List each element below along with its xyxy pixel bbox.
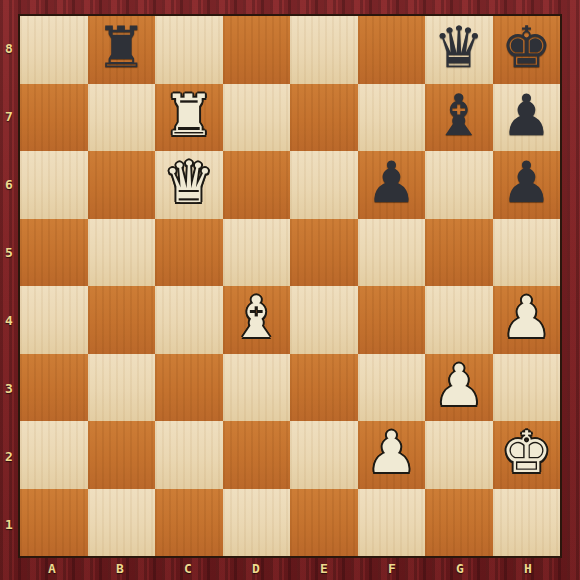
square-d8[interactable] bbox=[223, 16, 291, 84]
square-c6[interactable]: ♛ bbox=[155, 151, 223, 219]
file-label-h: H bbox=[494, 558, 562, 578]
piece-white-bishop[interactable]: ♝ bbox=[231, 289, 282, 346]
chess-board-frame: 87654321 ♜♛♚♜♝♟♛♟♟♝♟♟♟♚ ABCDEFGH bbox=[0, 0, 580, 580]
square-b7[interactable] bbox=[88, 84, 156, 152]
square-a3[interactable] bbox=[20, 354, 88, 422]
square-c2[interactable] bbox=[155, 421, 223, 489]
square-f4[interactable] bbox=[358, 286, 426, 354]
square-a7[interactable] bbox=[20, 84, 88, 152]
square-h2[interactable]: ♚ bbox=[493, 421, 561, 489]
square-b5[interactable] bbox=[88, 219, 156, 287]
square-d4[interactable]: ♝ bbox=[223, 286, 291, 354]
piece-white-queen[interactable]: ♛ bbox=[163, 154, 214, 211]
square-e5[interactable] bbox=[290, 219, 358, 287]
square-f1[interactable] bbox=[358, 489, 426, 557]
square-h7[interactable]: ♟ bbox=[493, 84, 561, 152]
rank-label-6: 6 bbox=[0, 150, 18, 218]
square-g3[interactable]: ♟ bbox=[425, 354, 493, 422]
square-f5[interactable] bbox=[358, 219, 426, 287]
rank-label-1: 1 bbox=[0, 490, 18, 558]
piece-black-rook[interactable]: ♜ bbox=[96, 19, 147, 76]
rank-labels: 87654321 bbox=[0, 14, 18, 558]
square-e8[interactable] bbox=[290, 16, 358, 84]
square-b8[interactable]: ♜ bbox=[88, 16, 156, 84]
square-e3[interactable] bbox=[290, 354, 358, 422]
rank-label-2: 2 bbox=[0, 422, 18, 490]
square-d2[interactable] bbox=[223, 421, 291, 489]
file-label-f: F bbox=[358, 558, 426, 578]
piece-white-king[interactable]: ♚ bbox=[501, 424, 552, 481]
square-e6[interactable] bbox=[290, 151, 358, 219]
square-c5[interactable] bbox=[155, 219, 223, 287]
square-a8[interactable] bbox=[20, 16, 88, 84]
square-d7[interactable] bbox=[223, 84, 291, 152]
square-b3[interactable] bbox=[88, 354, 156, 422]
file-label-b: B bbox=[86, 558, 154, 578]
piece-white-pawn[interactable]: ♟ bbox=[433, 357, 484, 414]
piece-black-bishop[interactable]: ♝ bbox=[433, 87, 484, 144]
square-e7[interactable] bbox=[290, 84, 358, 152]
square-d5[interactable] bbox=[223, 219, 291, 287]
piece-black-king[interactable]: ♚ bbox=[501, 19, 552, 76]
square-d1[interactable] bbox=[223, 489, 291, 557]
square-c7[interactable]: ♜ bbox=[155, 84, 223, 152]
rank-label-7: 7 bbox=[0, 82, 18, 150]
square-f2[interactable]: ♟ bbox=[358, 421, 426, 489]
square-f7[interactable] bbox=[358, 84, 426, 152]
square-f6[interactable]: ♟ bbox=[358, 151, 426, 219]
square-d6[interactable] bbox=[223, 151, 291, 219]
square-h8[interactable]: ♚ bbox=[493, 16, 561, 84]
square-a2[interactable] bbox=[20, 421, 88, 489]
square-c1[interactable] bbox=[155, 489, 223, 557]
piece-black-pawn[interactable]: ♟ bbox=[366, 154, 417, 211]
square-h6[interactable]: ♟ bbox=[493, 151, 561, 219]
square-a4[interactable] bbox=[20, 286, 88, 354]
square-c8[interactable] bbox=[155, 16, 223, 84]
square-d3[interactable] bbox=[223, 354, 291, 422]
piece-black-queen[interactable]: ♛ bbox=[433, 19, 484, 76]
square-e2[interactable] bbox=[290, 421, 358, 489]
square-g8[interactable]: ♛ bbox=[425, 16, 493, 84]
piece-black-pawn[interactable]: ♟ bbox=[501, 154, 552, 211]
square-c4[interactable] bbox=[155, 286, 223, 354]
square-h3[interactable] bbox=[493, 354, 561, 422]
rank-label-5: 5 bbox=[0, 218, 18, 286]
square-f3[interactable] bbox=[358, 354, 426, 422]
square-a1[interactable] bbox=[20, 489, 88, 557]
file-label-e: E bbox=[290, 558, 358, 578]
square-a5[interactable] bbox=[20, 219, 88, 287]
piece-white-rook[interactable]: ♜ bbox=[163, 87, 214, 144]
square-b2[interactable] bbox=[88, 421, 156, 489]
piece-white-pawn[interactable]: ♟ bbox=[501, 289, 552, 346]
file-label-a: A bbox=[18, 558, 86, 578]
square-b4[interactable] bbox=[88, 286, 156, 354]
square-e1[interactable] bbox=[290, 489, 358, 557]
square-a6[interactable] bbox=[20, 151, 88, 219]
square-b1[interactable] bbox=[88, 489, 156, 557]
piece-black-pawn[interactable]: ♟ bbox=[501, 87, 552, 144]
square-g2[interactable] bbox=[425, 421, 493, 489]
square-e4[interactable] bbox=[290, 286, 358, 354]
square-g4[interactable] bbox=[425, 286, 493, 354]
file-label-c: C bbox=[154, 558, 222, 578]
square-f8[interactable] bbox=[358, 16, 426, 84]
rank-label-8: 8 bbox=[0, 14, 18, 82]
board: ♜♛♚♜♝♟♛♟♟♝♟♟♟♚ bbox=[18, 14, 562, 558]
piece-white-pawn[interactable]: ♟ bbox=[366, 424, 417, 481]
square-g7[interactable]: ♝ bbox=[425, 84, 493, 152]
square-g1[interactable] bbox=[425, 489, 493, 557]
file-label-d: D bbox=[222, 558, 290, 578]
square-h4[interactable]: ♟ bbox=[493, 286, 561, 354]
rank-label-4: 4 bbox=[0, 286, 18, 354]
file-label-g: G bbox=[426, 558, 494, 578]
square-b6[interactable] bbox=[88, 151, 156, 219]
rank-label-3: 3 bbox=[0, 354, 18, 422]
square-h5[interactable] bbox=[493, 219, 561, 287]
square-g5[interactable] bbox=[425, 219, 493, 287]
square-c3[interactable] bbox=[155, 354, 223, 422]
square-g6[interactable] bbox=[425, 151, 493, 219]
file-labels: ABCDEFGH bbox=[18, 558, 562, 578]
square-h1[interactable] bbox=[493, 489, 561, 557]
